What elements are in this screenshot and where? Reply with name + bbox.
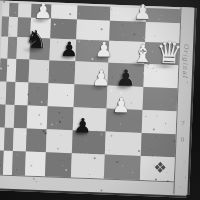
speckle xyxy=(180,186,181,187)
speckle xyxy=(143,72,145,74)
speckle xyxy=(50,77,51,78)
square-h3[interactable] xyxy=(142,110,177,134)
speckle xyxy=(120,123,121,124)
square-e4[interactable] xyxy=(48,83,75,107)
speckle xyxy=(62,117,63,118)
speckle xyxy=(139,70,140,71)
chess-board[interactable]: Original 7 0 ❖ ♟♟♞♟♟♝♛♟♟♟♟ xyxy=(0,0,194,194)
white-pawn-d7[interactable]: ♟ xyxy=(32,1,54,23)
speckle xyxy=(105,7,106,8)
speckle xyxy=(42,130,44,132)
speckle xyxy=(79,13,80,14)
speckle xyxy=(159,18,160,19)
speckle xyxy=(57,42,58,43)
speckle xyxy=(147,111,148,112)
speckle xyxy=(60,135,61,136)
white-bishop-g6[interactable]: ♝ xyxy=(130,41,155,66)
speckle xyxy=(160,104,161,105)
speckle xyxy=(143,37,144,38)
white-queen-h6[interactable]: ♛ xyxy=(154,37,185,68)
speckle xyxy=(36,150,37,151)
speckle xyxy=(69,13,71,15)
speckle xyxy=(38,113,40,115)
speckle xyxy=(85,112,86,113)
speckle xyxy=(121,60,122,61)
speckle xyxy=(37,89,38,90)
photo-scene: Original 7 0 ❖ ♟♟♞♟♟♝♛♟♟♟♟ xyxy=(0,0,200,200)
speckle xyxy=(138,150,140,152)
speckle xyxy=(156,115,157,116)
square-g1[interactable] xyxy=(104,155,141,180)
square-d1[interactable] xyxy=(25,152,46,177)
square-d3[interactable] xyxy=(27,106,48,130)
speckle xyxy=(2,35,3,36)
corner-emblem-icon: ❖ xyxy=(153,160,167,176)
square-c5[interactable] xyxy=(16,59,30,82)
speckle xyxy=(0,159,1,160)
speckle xyxy=(7,166,8,167)
black-knight-d6[interactable]: ♞ xyxy=(23,26,49,52)
black-pawn-g5[interactable]: ♟ xyxy=(114,67,137,90)
speckle xyxy=(73,69,74,70)
speckle xyxy=(65,169,67,171)
square-f1[interactable] xyxy=(71,153,105,178)
square-e1[interactable] xyxy=(45,152,72,177)
square-h2[interactable] xyxy=(141,133,176,157)
speckle xyxy=(184,177,185,178)
speckle xyxy=(11,25,12,26)
speckle xyxy=(103,176,104,177)
speckle xyxy=(10,5,11,6)
square-c8[interactable] xyxy=(18,3,32,17)
speckle xyxy=(21,124,22,125)
speckle xyxy=(54,24,56,26)
speckle xyxy=(152,68,153,69)
speckle xyxy=(36,181,37,182)
speckle xyxy=(21,133,23,135)
speckle xyxy=(62,23,63,24)
white-pawn-g7[interactable]: ♟ xyxy=(132,2,153,23)
square-d2[interactable] xyxy=(26,129,47,153)
speckle xyxy=(60,17,61,18)
white-pawn-f6[interactable]: ♟ xyxy=(94,39,115,60)
speckle xyxy=(116,161,118,163)
board-edge-mark: 7 xyxy=(181,119,185,126)
square-e8[interactable] xyxy=(51,4,78,19)
speckle xyxy=(161,15,162,16)
speckle xyxy=(89,40,90,41)
speckle xyxy=(62,165,63,166)
speckle xyxy=(7,64,9,66)
speckle xyxy=(154,35,155,36)
speckle xyxy=(152,128,154,130)
speckle xyxy=(117,12,119,14)
speckle xyxy=(94,157,96,159)
speckle xyxy=(114,21,115,22)
speckle xyxy=(86,44,87,45)
speckle xyxy=(171,100,172,101)
square-e3[interactable] xyxy=(47,106,74,130)
square-d4[interactable] xyxy=(28,83,49,107)
speckle xyxy=(30,165,32,167)
white-pawn-f5[interactable]: ♟ xyxy=(90,68,112,90)
speckle xyxy=(122,24,123,25)
board-edge-mark: 0 xyxy=(180,135,184,142)
speckle xyxy=(24,132,26,134)
speckle xyxy=(173,140,175,142)
black-pawn-e6[interactable]: ♟ xyxy=(59,39,80,60)
speckle xyxy=(95,130,96,131)
speckle xyxy=(65,90,66,91)
speckle xyxy=(110,90,112,92)
speckle xyxy=(0,67,2,69)
speckle xyxy=(12,43,13,44)
black-pawn-f3[interactable]: ♟ xyxy=(72,115,93,136)
speckle xyxy=(151,155,152,156)
square-d5[interactable] xyxy=(29,60,50,84)
speckle xyxy=(100,189,102,191)
speckle xyxy=(16,169,17,170)
speckle xyxy=(15,12,16,13)
speckle xyxy=(109,150,110,151)
speckle xyxy=(116,161,117,162)
speckle xyxy=(27,93,29,95)
square-h4[interactable] xyxy=(143,87,178,111)
speckle xyxy=(132,172,133,173)
square-c1[interactable] xyxy=(12,151,26,175)
white-pawn-g4[interactable]: ♟ xyxy=(111,95,132,116)
speckle xyxy=(33,178,35,180)
